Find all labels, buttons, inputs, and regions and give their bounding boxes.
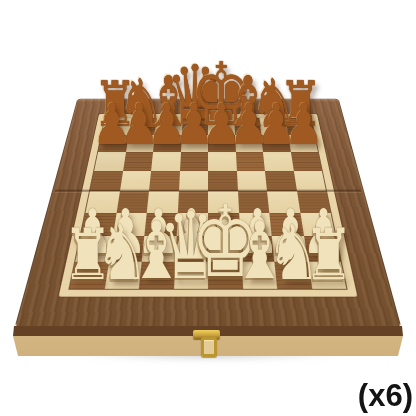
brass-clasp-icon: [192, 329, 222, 357]
square-c4: [147, 191, 179, 213]
square-a4: [86, 191, 120, 213]
square-h8: [285, 118, 314, 134]
square-h7: [288, 135, 318, 153]
fold-seam: [55, 190, 361, 192]
square-f8: [234, 118, 261, 134]
square-g7: [261, 135, 290, 153]
square-g5: [265, 171, 297, 191]
square-e7: [208, 135, 235, 153]
square-a6: [94, 152, 125, 171]
square-b2: [109, 236, 145, 261]
square-f3: [239, 213, 272, 236]
quantity-badge: (x6): [358, 378, 413, 414]
square-b1: [104, 261, 141, 288]
square-a1: [70, 261, 109, 288]
square-e3: [208, 213, 240, 236]
square-d3: [176, 213, 208, 236]
square-b5: [120, 171, 152, 191]
square-d8: [181, 118, 208, 134]
square-d6: [180, 152, 208, 171]
square-e1: [208, 261, 243, 288]
square-f1: [241, 261, 277, 288]
square-b4: [116, 191, 149, 213]
square-c2: [142, 236, 176, 261]
chess-board: [14, 99, 401, 328]
square-g6: [263, 152, 293, 171]
square-h4: [297, 191, 331, 213]
square-d7: [181, 135, 208, 153]
square-f4: [238, 191, 270, 213]
square-c7: [153, 135, 181, 153]
square-d1: [173, 261, 208, 288]
square-a3: [81, 213, 116, 236]
square-f5: [236, 171, 267, 191]
square-b8: [128, 118, 156, 134]
square-b3: [112, 213, 146, 236]
square-h5: [293, 171, 326, 191]
chess-set-photo: ♜♞♝♛♚♝♞♜♟♟♟♟♟♟♟♟♟♟♟♟♟♟♟♟♜♞♝♛♚♝♞♜ (x6): [0, 0, 416, 416]
square-f6: [235, 152, 264, 171]
square-d2: [175, 236, 208, 261]
square-d4: [177, 191, 208, 213]
square-h6: [290, 152, 321, 171]
square-a5: [90, 171, 123, 191]
board-grid: [70, 118, 347, 289]
square-g1: [274, 261, 311, 288]
square-h3: [300, 213, 335, 236]
square-c8: [155, 118, 182, 134]
square-a2: [75, 236, 112, 261]
square-a8: [102, 118, 131, 134]
square-c5: [149, 171, 180, 191]
clasp-loop: [201, 337, 217, 357]
square-f2: [240, 236, 274, 261]
square-c3: [144, 213, 177, 236]
square-b6: [123, 152, 153, 171]
square-b7: [126, 135, 155, 153]
square-e5: [208, 171, 238, 191]
square-a7: [98, 135, 128, 153]
square-f7: [235, 135, 263, 153]
square-e6: [208, 152, 236, 171]
square-g4: [267, 191, 300, 213]
square-e4: [208, 191, 239, 213]
square-e2: [208, 236, 241, 261]
square-g2: [272, 236, 308, 261]
square-g3: [269, 213, 303, 236]
square-d5: [179, 171, 209, 191]
square-c6: [151, 152, 180, 171]
square-g8: [259, 118, 287, 134]
square-c1: [139, 261, 175, 288]
square-h1: [307, 261, 346, 288]
square-e8: [208, 118, 235, 134]
square-h2: [304, 236, 341, 261]
